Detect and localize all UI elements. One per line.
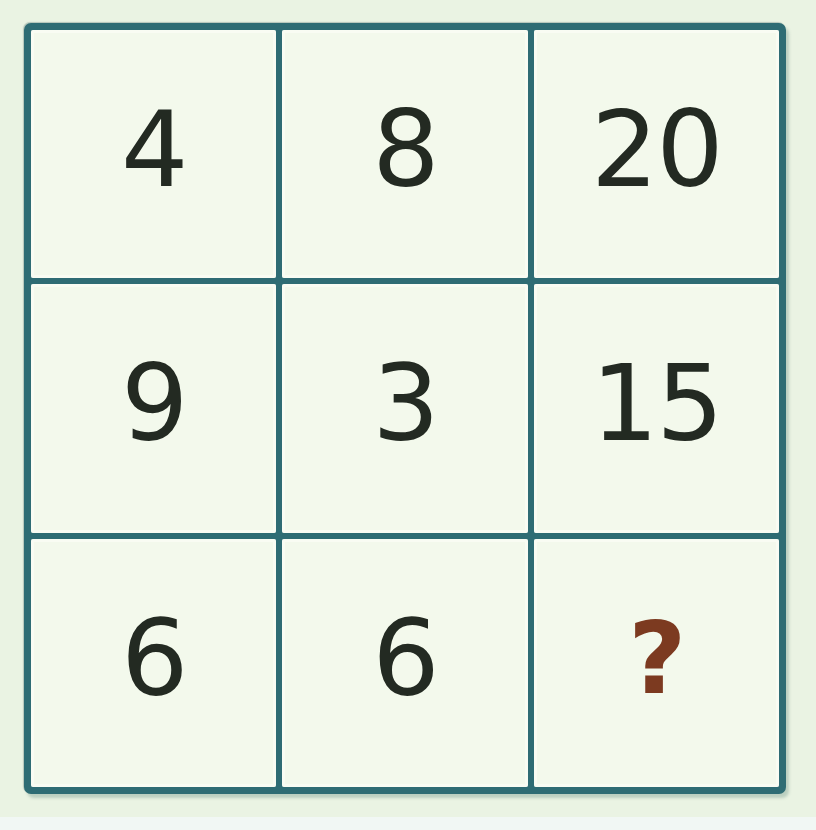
cell-r1c1: 4 [31,30,276,278]
cell-value-r2c1: 9 [121,351,186,457]
cell-value-r2c2: 3 [372,351,437,457]
cell-r2c1: 9 [31,284,276,532]
question-mark: ? [628,609,684,709]
puzzle-grid: 4 8 20 9 3 15 6 6 ? [24,23,786,794]
cell-r3c1: 6 [31,539,276,787]
cell-r2c3: 15 [534,284,779,532]
cell-r3c2: 6 [282,539,527,787]
cell-r1c3: 20 [534,30,779,278]
cell-value-r1c2: 8 [372,97,437,203]
cell-value-r1c3: 20 [591,97,722,203]
cell-value-r3c2: 6 [372,606,437,712]
cell-r2c2: 3 [282,284,527,532]
cell-r1c2: 8 [282,30,527,278]
cell-value-r2c3: 15 [591,351,722,457]
cell-value-r1c1: 4 [121,97,186,203]
cell-r3c3-unknown: ? [534,539,779,787]
bottom-band [0,817,816,830]
cell-value-r3c1: 6 [121,606,186,712]
